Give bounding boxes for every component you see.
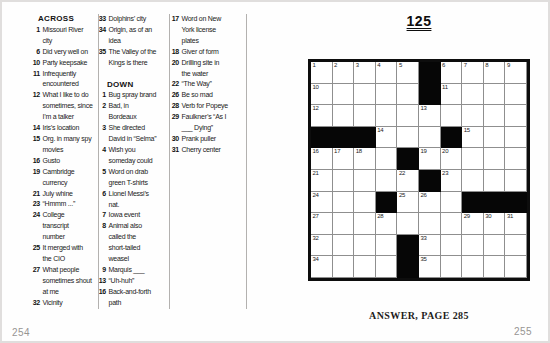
clue-text: Vicinity <box>40 298 63 309</box>
grid-cell: 18 <box>354 148 376 170</box>
grid-cell <box>354 170 376 192</box>
black-cell <box>397 256 419 278</box>
clue-text: Giver of form <box>179 47 219 58</box>
clue-down-5: 5Word on drabgreen T-shirts <box>97 167 167 189</box>
grid-cell: 31 <box>505 213 527 235</box>
grid-cell: 25 <box>397 192 419 214</box>
clue-number: 22 <box>170 79 179 90</box>
grid-cell <box>441 213 463 235</box>
grid-cell <box>376 148 398 170</box>
black-cell <box>419 62 441 84</box>
cell-number: 30 <box>485 213 491 220</box>
grid-cell: 22 <box>397 170 419 192</box>
clue-across-6: 6Did very well on <box>28 47 98 58</box>
clue-number: 16 <box>28 156 40 167</box>
clue-down-18: 18Giver of form <box>170 47 245 58</box>
clue-text: Drilling site inthe water <box>179 58 219 80</box>
clue-down-1: 1Bug spray brand <box>97 90 167 101</box>
grid-cell <box>505 235 527 257</box>
grid-cell: 2 <box>333 62 355 84</box>
cell-number: 4 <box>377 62 380 69</box>
grid-cell <box>354 105 376 127</box>
clue-text: The Valley of theKings is there <box>106 47 156 69</box>
clue-down-9: 9Marquis ___ <box>97 265 167 276</box>
cell-number: 24 <box>313 192 319 199</box>
clue-text: “Uh-huh” <box>106 276 134 287</box>
clue-text: Collegetranscriptnumber <box>40 210 69 243</box>
clue-down-30: 30Prank puller <box>170 134 245 145</box>
grid-cell <box>484 105 506 127</box>
grid-cell <box>462 148 484 170</box>
grid-cell <box>484 256 506 278</box>
cell-number: 15 <box>464 127 470 134</box>
grid-cell: 8 <box>484 62 506 84</box>
cell-number: 29 <box>464 213 470 220</box>
grid-cell <box>333 235 355 257</box>
cell-number: 21 <box>313 170 319 177</box>
clue-text: Party keepsake <box>40 58 87 69</box>
clue-number: 27 <box>28 265 40 276</box>
black-cell <box>484 192 506 214</box>
grid-cell: 26 <box>419 192 441 214</box>
clue-column-1: ACROSS1Missouri Rivercity6Did very well … <box>28 14 98 308</box>
grid-cell <box>505 256 527 278</box>
clue-number: 11 <box>28 69 40 80</box>
clue-down-4: 4Wish yousomeday could <box>97 145 167 167</box>
cell-number: 22 <box>399 170 405 177</box>
clue-text: Verb for Popeye <box>179 101 228 112</box>
clue-text: Org. in many spymovies <box>40 134 91 156</box>
grid-cell: 19 <box>419 148 441 170</box>
clue-text: Lionel Messi’snat. <box>106 189 149 211</box>
clue-across-33: 33Dolphins’ city <box>97 14 167 25</box>
grid-cell <box>333 170 355 192</box>
cell-number: 19 <box>421 148 427 155</box>
clue-across-12: 12What I like to dosometimes, sinceI’m a… <box>28 90 98 123</box>
cell-number: 23 <box>442 170 448 177</box>
column-divider <box>246 14 247 309</box>
clue-text: What I like to dosometimes, sinceI’m a t… <box>40 90 93 123</box>
clue-down-13: 13“Uh-huh” <box>97 276 167 287</box>
grid-cell <box>441 105 463 127</box>
puzzle-number-title: 125 <box>308 13 530 29</box>
clue-down-8: 8Animal alsocalled theshort-tailedweasel <box>97 221 167 265</box>
clue-number: 24 <box>28 210 40 221</box>
clue-text: Faulkner’s “As I___ Dying” <box>179 112 226 134</box>
grid-cell <box>333 256 355 278</box>
clue-down-29: 29Faulkner’s “As I___ Dying” <box>170 112 245 134</box>
clue-column-2: 33Dolphins’ city34Origin, as of anidea35… <box>97 14 167 309</box>
grid-cell: 5 <box>397 62 419 84</box>
black-cell <box>462 192 484 214</box>
grid-cell <box>462 170 484 192</box>
clue-text: Infrequentlyencountered <box>40 69 79 91</box>
clue-text: Animal alsocalled theshort-tailedweasel <box>106 221 142 265</box>
grid-cell: 4 <box>376 62 398 84</box>
cell-number: 32 <box>313 235 319 242</box>
clue-text: Prank puller <box>179 134 216 145</box>
clue-column-3: 17Word on NewYork licenseplates18Giver o… <box>170 14 245 156</box>
clue-across-10: 10Party keepsake <box>28 58 98 69</box>
grid-cell <box>484 127 506 149</box>
clue-text: “Hmmm ...” <box>40 199 75 210</box>
clue-text: Dolphins’ city <box>106 14 146 25</box>
cell-number: 11 <box>442 84 448 91</box>
clue-across-16: 16Gusto <box>28 156 98 167</box>
grid-cell <box>505 148 527 170</box>
grid-cell: 30 <box>484 213 506 235</box>
clue-number: 20 <box>170 58 179 69</box>
clue-number: 28 <box>170 101 179 112</box>
clue-across-15: 15Org. in many spymovies <box>28 134 98 156</box>
clue-number: 32 <box>28 298 40 309</box>
grid-cell <box>397 84 419 106</box>
clue-number: 1 <box>28 25 40 36</box>
grid-cell <box>484 148 506 170</box>
clue-number: 19 <box>28 167 40 178</box>
page-number-left: 254 <box>12 327 30 338</box>
clue-number: 6 <box>28 47 40 58</box>
grid-cell <box>484 170 506 192</box>
grid-cell <box>376 84 398 106</box>
cell-number: 28 <box>377 213 383 220</box>
cell-number: 13 <box>421 105 427 112</box>
grid-cell: 29 <box>462 213 484 235</box>
clue-down-6: 6Lionel Messi’snat. <box>97 189 167 211</box>
grid-cell <box>376 105 398 127</box>
grid-cell <box>462 105 484 127</box>
cell-number: 12 <box>313 105 319 112</box>
grid-cell: 20 <box>441 148 463 170</box>
black-cell <box>441 127 463 149</box>
clue-text: Back-and-forthpath <box>106 287 151 309</box>
clue-number: 21 <box>28 189 40 200</box>
down-header: DOWN <box>97 80 167 91</box>
clue-down-31: 31Cherry center <box>170 145 245 156</box>
grid-cell <box>354 235 376 257</box>
grid-cell <box>333 84 355 106</box>
cell-number: 27 <box>313 213 319 220</box>
clue-number: 14 <box>28 123 40 134</box>
cell-number: 2 <box>334 62 337 69</box>
grid-cell <box>376 235 398 257</box>
grid-cell: 3 <box>354 62 376 84</box>
clue-text: She directedDavid in “Selma” <box>106 123 156 145</box>
clue-across-21: 21July whine <box>28 189 98 200</box>
clue-text: Word on NewYork licenseplates <box>179 14 221 47</box>
cell-number: 33 <box>421 235 427 242</box>
grid-cell: 12 <box>311 105 333 127</box>
grid-cell: 27 <box>311 213 333 235</box>
cell-number: 17 <box>334 148 340 155</box>
grid-cell: 28 <box>376 213 398 235</box>
clue-number: 29 <box>170 112 179 123</box>
clue-down-2: 2Bad, inBordeaux <box>97 101 167 123</box>
grid-cell: 10 <box>311 84 333 106</box>
grid-cell: 24 <box>311 192 333 214</box>
black-cell <box>419 84 441 106</box>
grid-cell: 34 <box>311 256 333 278</box>
grid-cell <box>505 105 527 127</box>
clue-text: “The Way” <box>179 79 212 90</box>
page-number-right: 255 <box>514 326 532 337</box>
clue-text: Origin, as of anidea <box>106 25 152 47</box>
clue-number: 17 <box>170 14 179 25</box>
clue-down-16: 16Back-and-forthpath <box>97 287 167 309</box>
grid-cell <box>397 105 419 127</box>
clue-text: Did very well on <box>40 47 88 58</box>
cell-number: 14 <box>377 127 383 134</box>
clue-number: 25 <box>28 243 40 254</box>
clue-number: 10 <box>28 58 40 69</box>
cell-number: 8 <box>485 62 488 69</box>
grid-cell <box>419 127 441 149</box>
clue-number: 23 <box>28 199 40 210</box>
black-cell <box>397 235 419 257</box>
grid-cell <box>441 235 463 257</box>
clue-text: Bug spray brand <box>106 90 156 101</box>
column-divider <box>169 14 170 309</box>
clue-across-11: 11Infrequentlyencountered <box>28 69 98 91</box>
grid-cell <box>441 256 463 278</box>
black-cell <box>333 127 355 149</box>
grid-cell: 14 <box>376 127 398 149</box>
clue-across-34: 34Origin, as of anidea <box>97 25 167 47</box>
grid-cell <box>462 256 484 278</box>
grid-cell <box>462 84 484 106</box>
grid-cell <box>397 213 419 235</box>
grid-cell <box>354 256 376 278</box>
crossword-grid: 1234567891011121314151617181920212223242… <box>308 59 530 281</box>
clue-across-1: 1Missouri Rivercity <box>28 25 98 47</box>
black-cell <box>354 127 376 149</box>
clue-down-20: 20Drilling site inthe water <box>170 58 245 80</box>
black-cell <box>419 170 441 192</box>
grid-cell <box>484 235 506 257</box>
clue-across-24: 24Collegetranscriptnumber <box>28 210 98 243</box>
clue-across-19: 19Cambridgecurrency <box>28 167 98 189</box>
grid-cell: 11 <box>441 84 463 106</box>
column-divider <box>98 14 99 309</box>
clue-across-23: 23“Hmmm ...” <box>28 199 98 210</box>
clue-across-35: 35The Valley of theKings is there <box>97 47 167 69</box>
clue-text: Be so mad <box>179 90 213 101</box>
black-cell <box>397 148 419 170</box>
cell-number: 18 <box>356 148 362 155</box>
cell-number: 1 <box>313 62 316 69</box>
grid-cell <box>441 192 463 214</box>
cell-number: 31 <box>507 213 513 220</box>
cell-number: 9 <box>507 62 510 69</box>
grid-cell: 23 <box>441 170 463 192</box>
grid-cell: 21 <box>311 170 333 192</box>
cell-number: 3 <box>356 62 359 69</box>
clue-down-3: 3She directedDavid in “Selma” <box>97 123 167 145</box>
clue-text: Cambridgecurrency <box>40 167 75 189</box>
grid-cell <box>505 170 527 192</box>
clue-across-32: 32Vicinity <box>28 298 98 309</box>
grid-cell <box>376 256 398 278</box>
clue-down-22: 22“The Way” <box>170 79 245 90</box>
clue-text: What peoplesometimes shoutat me <box>40 265 92 298</box>
grid-cell <box>376 170 398 192</box>
clue-down-28: 28Verb for Popeye <box>170 101 245 112</box>
grid-cell <box>505 84 527 106</box>
clue-text: Iowa event <box>106 210 140 221</box>
cell-number: 34 <box>313 256 319 263</box>
grid-cell <box>397 127 419 149</box>
clue-number: 18 <box>170 47 179 58</box>
grid-cell: 9 <box>505 62 527 84</box>
cell-number: 35 <box>421 256 427 263</box>
cell-number: 20 <box>442 148 448 155</box>
cell-number: 25 <box>399 192 405 199</box>
grid-cell <box>419 213 441 235</box>
clue-number: 31 <box>170 145 179 156</box>
grid-cell <box>484 84 506 106</box>
clue-text: Gusto <box>40 156 60 167</box>
grid-cell <box>462 235 484 257</box>
grid-cell: 17 <box>333 148 355 170</box>
answer-note: ANSWER, PAGE 285 <box>308 310 530 321</box>
clue-number: 30 <box>170 134 179 145</box>
grid-cell <box>333 192 355 214</box>
cell-number: 10 <box>313 84 319 91</box>
grid-cell <box>354 213 376 235</box>
clue-across-27: 27What peoplesometimes shoutat me <box>28 265 98 298</box>
clue-text: Cherry center <box>179 145 221 156</box>
grid-cell <box>333 105 355 127</box>
cell-number: 26 <box>421 192 427 199</box>
black-cell <box>505 192 527 214</box>
crossword-book-spread: ACROSS1Missouri Rivercity6Did very well … <box>0 0 550 343</box>
across-header: ACROSS <box>28 14 98 25</box>
grid-cell <box>354 84 376 106</box>
grid-cell: 15 <box>462 127 484 149</box>
cell-number: 6 <box>442 62 445 69</box>
grid-cell: 1 <box>311 62 333 84</box>
clue-number: 12 <box>28 90 40 101</box>
grid-cell: 33 <box>419 235 441 257</box>
grid-cell <box>354 192 376 214</box>
clue-text: Iris’s location <box>40 123 79 134</box>
clue-text: Word on drabgreen T-shirts <box>106 167 148 189</box>
cell-number: 7 <box>464 62 467 69</box>
cell-number: 16 <box>313 148 319 155</box>
grid-cell: 6 <box>441 62 463 84</box>
clue-text: Wish yousomeday could <box>106 145 152 167</box>
grid-cell <box>505 127 527 149</box>
clue-text: Marquis ___ <box>106 265 144 276</box>
clue-down-7: 7Iowa event <box>97 210 167 221</box>
clue-text: Missouri Rivercity <box>40 25 83 47</box>
clue-number: 15 <box>28 134 40 145</box>
grid-cell: 35 <box>419 256 441 278</box>
black-cell <box>311 127 333 149</box>
clue-down-17: 17Word on NewYork licenseplates <box>170 14 245 47</box>
clue-text: Bad, inBordeaux <box>106 101 136 123</box>
clue-text: It merged withthe CIO <box>40 243 83 265</box>
grid-cell: 16 <box>311 148 333 170</box>
grid-cell: 13 <box>419 105 441 127</box>
clue-text: July whine <box>40 189 73 200</box>
cell-number: 5 <box>399 62 402 69</box>
clue-down-26: 26Be so mad <box>170 90 245 101</box>
clue-across-25: 25It merged withthe CIO <box>28 243 98 265</box>
clue-number: 26 <box>170 90 179 101</box>
grid-cell: 32 <box>311 235 333 257</box>
grid-cell: 7 <box>462 62 484 84</box>
black-cell <box>376 192 398 214</box>
grid-cell <box>333 213 355 235</box>
clue-across-14: 14Iris’s location <box>28 123 98 134</box>
